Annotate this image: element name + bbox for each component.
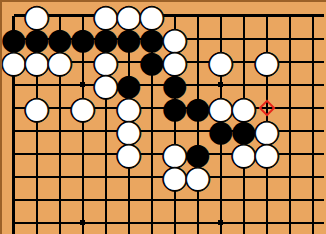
white-stone: ●	[209, 96, 232, 119]
intersection-4-2[interactable]	[48, 96, 71, 119]
intersection-8-11[interactable]	[255, 188, 278, 211]
white-stone: ●	[255, 119, 278, 142]
intersection-6-9[interactable]	[209, 142, 232, 165]
black-stone: ●	[209, 119, 232, 142]
intersection-6-0[interactable]	[2, 142, 25, 165]
intersection-4-7[interactable]: ●	[163, 96, 186, 119]
intersection-2-11[interactable]: ●	[255, 50, 278, 73]
white-stone: ●	[2, 50, 25, 73]
intersection-1-4[interactable]: ●	[94, 27, 117, 50]
intersection-5-11[interactable]: ●	[255, 119, 278, 142]
intersection-8-5[interactable]	[117, 188, 140, 211]
intersection-2-0[interactable]: ●	[2, 50, 25, 73]
intersection-6-1[interactable]	[25, 142, 48, 165]
white-stone: ●	[117, 119, 140, 142]
white-stone: ●	[117, 4, 140, 27]
intersection-9-12[interactable]	[278, 211, 301, 234]
intersection-0-6[interactable]: ●	[140, 4, 163, 27]
intersection-1-10[interactable]	[232, 27, 255, 50]
white-stone: ●	[25, 96, 48, 119]
intersection-5-6[interactable]	[140, 119, 163, 142]
white-stone: ●	[117, 142, 140, 165]
intersection-7-0[interactable]	[2, 165, 25, 188]
black-stone: ●	[163, 96, 186, 119]
intersection-6-5[interactable]: ●	[117, 142, 140, 165]
intersection-7-9[interactable]	[209, 165, 232, 188]
intersection-6-6[interactable]	[140, 142, 163, 165]
intersection-6-8[interactable]: ●	[186, 142, 209, 165]
intersection-7-11[interactable]	[255, 165, 278, 188]
intersection-0-4[interactable]: ●	[94, 4, 117, 27]
intersection-0-12[interactable]	[278, 4, 301, 27]
intersection-4-6[interactable]	[140, 96, 163, 119]
red-diamond-marker-icon	[258, 99, 275, 116]
intersection-0-7[interactable]	[163, 4, 186, 27]
intersection-5-5[interactable]: ●	[117, 119, 140, 142]
white-stone: ●	[255, 142, 278, 165]
intersection-7-5[interactable]	[117, 165, 140, 188]
star-point	[218, 220, 223, 225]
intersection-1-5[interactable]: ●	[117, 27, 140, 50]
white-stone: ●	[186, 165, 209, 188]
intersection-7-2[interactable]	[48, 165, 71, 188]
intersection-2-7[interactable]: ●	[163, 50, 186, 73]
intersection-3-13[interactable]	[301, 73, 324, 96]
white-stone: ●	[94, 50, 117, 73]
intersection-9-7[interactable]	[163, 211, 186, 234]
white-stone: ●	[163, 165, 186, 188]
intersection-7-3[interactable]	[71, 165, 94, 188]
intersection-9-0[interactable]	[2, 211, 25, 234]
intersection-6-10[interactable]: ●	[232, 142, 255, 165]
intersection-0-1[interactable]: ●	[25, 4, 48, 27]
intersection-0-10[interactable]	[232, 4, 255, 27]
white-stone: ●	[140, 4, 163, 27]
intersection-7-1[interactable]	[25, 165, 48, 188]
intersection-2-9[interactable]: ●	[209, 50, 232, 73]
intersection-9-6[interactable]	[140, 211, 163, 234]
intersection-3-7[interactable]: ●	[163, 73, 186, 96]
intersection-8-2[interactable]	[48, 188, 71, 211]
intersection-3-8[interactable]	[186, 73, 209, 96]
intersection-1-13[interactable]	[301, 27, 324, 50]
intersection-7-6[interactable]	[140, 165, 163, 188]
intersection-0-11[interactable]	[255, 4, 278, 27]
intersection-2-2[interactable]: ●	[48, 50, 71, 73]
intersection-0-9[interactable]	[209, 4, 232, 27]
intersection-6-2[interactable]	[48, 142, 71, 165]
black-stone: ●	[48, 27, 71, 50]
intersection-4-12[interactable]	[278, 96, 301, 119]
intersection-3-12[interactable]	[278, 73, 301, 96]
intersection-2-6[interactable]: ●	[140, 50, 163, 73]
black-stone: ●	[2, 27, 25, 50]
intersection-1-7[interactable]: ●	[163, 27, 186, 50]
intersection-9-2[interactable]	[48, 211, 71, 234]
intersection-9-13[interactable]	[301, 211, 324, 234]
intersection-3-11[interactable]	[255, 73, 278, 96]
intersection-0-8[interactable]	[186, 4, 209, 27]
intersection-5-3[interactable]	[71, 119, 94, 142]
intersection-4-0[interactable]	[2, 96, 25, 119]
intersection-9-9[interactable]	[209, 211, 232, 234]
white-stone: ●	[71, 96, 94, 119]
white-stone: ●	[94, 4, 117, 27]
intersection-5-7[interactable]	[163, 119, 186, 142]
black-stone: ●	[117, 73, 140, 96]
intersection-3-5[interactable]: ●	[117, 73, 140, 96]
intersection-4-10[interactable]: ●	[232, 96, 255, 119]
intersection-0-2[interactable]	[48, 4, 71, 27]
intersection-7-10[interactable]	[232, 165, 255, 188]
intersection-1-2[interactable]: ●	[48, 27, 71, 50]
white-stone: ●	[209, 50, 232, 73]
black-stone: ●	[94, 27, 117, 50]
intersection-1-12[interactable]	[278, 27, 301, 50]
black-stone: ●	[140, 27, 163, 50]
black-stone: ●	[186, 142, 209, 165]
intersection-2-5[interactable]	[117, 50, 140, 73]
intersection-8-4[interactable]	[94, 188, 117, 211]
intersection-8-9[interactable]	[209, 188, 232, 211]
intersection-8-1[interactable]	[25, 188, 48, 211]
white-stone: ●	[163, 50, 186, 73]
intersection-5-8[interactable]	[186, 119, 209, 142]
black-stone: ●	[25, 27, 48, 50]
intersection-4-3[interactable]: ●	[71, 96, 94, 119]
intersection-9-3[interactable]	[71, 211, 94, 234]
white-stone: ●	[25, 4, 48, 27]
intersection-5-12[interactable]	[278, 119, 301, 142]
intersection-2-8[interactable]	[186, 50, 209, 73]
go-board: ●●●●●●●●●●●●●●●●●●●●●●●●●●●●●●●●●●●●●●●●…	[0, 0, 326, 234]
intersection-6-7[interactable]: ●	[163, 142, 186, 165]
intersection-5-10[interactable]: ●	[232, 119, 255, 142]
black-stone: ●	[71, 27, 94, 50]
intersection-1-1[interactable]: ●	[25, 27, 48, 50]
intersection-4-1[interactable]: ●	[25, 96, 48, 119]
intersection-9-8[interactable]	[186, 211, 209, 234]
white-stone: ●	[163, 27, 186, 50]
intersection-5-9[interactable]: ●	[209, 119, 232, 142]
intersection-4-13[interactable]	[301, 96, 324, 119]
intersection-8-12[interactable]	[278, 188, 301, 211]
intersection-5-4[interactable]	[94, 119, 117, 142]
intersection-2-4[interactable]: ●	[94, 50, 117, 73]
intersection-7-13[interactable]	[301, 165, 324, 188]
intersection-6-13[interactable]	[301, 142, 324, 165]
intersection-3-6[interactable]	[140, 73, 163, 96]
intersection-8-8[interactable]	[186, 188, 209, 211]
intersection-4-4[interactable]	[94, 96, 117, 119]
intersection-4-9[interactable]: ●	[209, 96, 232, 119]
intersection-3-1[interactable]	[25, 73, 48, 96]
white-stone: ●	[255, 50, 278, 73]
intersection-1-3[interactable]: ●	[71, 27, 94, 50]
intersection-2-10[interactable]	[232, 50, 255, 73]
intersection-6-4[interactable]	[94, 142, 117, 165]
intersection-1-0[interactable]: ●	[2, 27, 25, 50]
intersection-8-7[interactable]	[163, 188, 186, 211]
intersection-8-0[interactable]	[2, 188, 25, 211]
intersection-1-9[interactable]	[209, 27, 232, 50]
intersection-8-13[interactable]	[301, 188, 324, 211]
intersection-5-1[interactable]	[25, 119, 48, 142]
intersection-2-3[interactable]	[71, 50, 94, 73]
black-stone: ●	[117, 27, 140, 50]
intersection-3-0[interactable]	[2, 73, 25, 96]
white-stone: ●	[94, 73, 117, 96]
intersection-8-10[interactable]	[232, 188, 255, 211]
intersection-1-11[interactable]	[255, 27, 278, 50]
intersection-7-12[interactable]	[278, 165, 301, 188]
white-stone: ●	[232, 142, 255, 165]
intersection-7-8[interactable]: ●	[186, 165, 209, 188]
intersection-3-2[interactable]	[48, 73, 71, 96]
white-stone: ●	[48, 50, 71, 73]
intersection-6-11[interactable]: ●	[255, 142, 278, 165]
intersection-9-10[interactable]	[232, 211, 255, 234]
intersection-1-6[interactable]: ●	[140, 27, 163, 50]
intersection-4-11[interactable]	[255, 96, 278, 119]
intersection-3-9[interactable]	[209, 73, 232, 96]
intersection-3-3[interactable]	[71, 73, 94, 96]
intersection-7-7[interactable]: ●	[163, 165, 186, 188]
intersection-2-1[interactable]: ●	[25, 50, 48, 73]
black-stone: ●	[232, 119, 255, 142]
intersection-8-3[interactable]	[71, 188, 94, 211]
intersection-7-4[interactable]	[94, 165, 117, 188]
intersection-2-12[interactable]	[278, 50, 301, 73]
intersection-5-0[interactable]	[2, 119, 25, 142]
intersection-0-0[interactable]	[2, 4, 25, 27]
intersection-9-11[interactable]	[255, 211, 278, 234]
intersection-9-4[interactable]	[94, 211, 117, 234]
white-stone: ●	[117, 96, 140, 119]
intersection-5-2[interactable]	[48, 119, 71, 142]
black-stone: ●	[186, 96, 209, 119]
intersection-1-8[interactable]	[186, 27, 209, 50]
black-stone: ●	[163, 73, 186, 96]
intersection-0-13[interactable]	[301, 4, 324, 27]
white-stone: ●	[163, 142, 186, 165]
star-point	[80, 220, 85, 225]
intersection-4-8[interactable]: ●	[186, 96, 209, 119]
intersection-0-5[interactable]: ●	[117, 4, 140, 27]
intersection-8-6[interactable]	[140, 188, 163, 211]
intersection-2-13[interactable]	[301, 50, 324, 73]
white-stone: ●	[25, 50, 48, 73]
black-stone: ●	[140, 50, 163, 73]
intersection-3-10[interactable]	[232, 73, 255, 96]
intersection-0-3[interactable]	[71, 4, 94, 27]
intersection-6-3[interactable]	[71, 142, 94, 165]
intersection-6-12[interactable]	[278, 142, 301, 165]
intersection-4-5[interactable]: ●	[117, 96, 140, 119]
intersection-9-1[interactable]	[25, 211, 48, 234]
intersection-5-13[interactable]	[301, 119, 324, 142]
white-stone: ●	[232, 96, 255, 119]
intersection-3-4[interactable]: ●	[94, 73, 117, 96]
star-point	[218, 82, 223, 87]
star-point	[80, 82, 85, 87]
intersection-9-5[interactable]	[117, 211, 140, 234]
board-grid: ●●●●●●●●●●●●●●●●●●●●●●●●●●●●●●●●●●●●●●●●…	[2, 4, 324, 234]
